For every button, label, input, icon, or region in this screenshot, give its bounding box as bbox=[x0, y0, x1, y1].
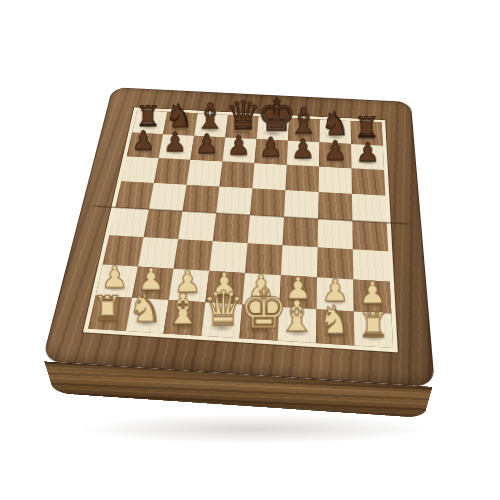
square-e1: ♚ bbox=[239, 305, 279, 341]
square-h4 bbox=[352, 221, 388, 252]
square-c1: ♝ bbox=[163, 300, 205, 336]
black-pawn-h7-piece: ♟ bbox=[351, 140, 383, 167]
product-photo-scene: ♜♞♝♛♚♝♞♜♟♟♟♟♟♟♟♟♟♟♟♟♟♟♟♟♜♞♝♛♚♝♞♜ bbox=[0, 0, 500, 500]
square-f6 bbox=[285, 165, 319, 192]
square-e5 bbox=[250, 188, 285, 217]
square-d7: ♟ bbox=[222, 137, 256, 163]
white-queen-d1-piece: ♛ bbox=[202, 285, 240, 333]
black-pawn-c7-piece: ♟ bbox=[191, 131, 223, 157]
square-g6 bbox=[319, 167, 352, 194]
square-f4 bbox=[283, 217, 319, 247]
square-b5 bbox=[149, 183, 187, 211]
square-d5 bbox=[216, 187, 252, 215]
black-pawn-e7-piece: ♟ bbox=[255, 135, 287, 161]
white-knight-b1-piece: ♞ bbox=[126, 289, 164, 328]
box-contact-shadow bbox=[78, 414, 430, 444]
white-bishop-f1-piece: ♝ bbox=[278, 295, 316, 338]
square-b7: ♟ bbox=[159, 134, 195, 159]
square-d6 bbox=[219, 161, 254, 188]
white-rook-a1-piece: ♜ bbox=[89, 291, 127, 325]
square-a6 bbox=[121, 156, 158, 183]
square-h1: ♜ bbox=[354, 311, 393, 347]
square-c4 bbox=[178, 211, 216, 241]
black-pawn-a7-piece: ♟ bbox=[127, 128, 159, 154]
square-d4 bbox=[213, 213, 250, 243]
square-e4 bbox=[248, 215, 284, 245]
square-f1: ♝ bbox=[278, 307, 317, 343]
square-a5 bbox=[115, 181, 153, 209]
square-e6 bbox=[252, 163, 286, 190]
square-h7: ♟ bbox=[351, 144, 384, 170]
box-top-face: ♜♞♝♛♚♝♞♜♟♟♟♟♟♟♟♟♟♟♟♟♟♟♟♟♜♞♝♛♚♝♞♜ bbox=[42, 87, 435, 387]
square-f5 bbox=[284, 190, 319, 219]
square-h5 bbox=[352, 194, 387, 223]
white-rook-h1-piece: ♜ bbox=[354, 308, 392, 343]
square-d1: ♛ bbox=[201, 302, 242, 338]
square-b4 bbox=[144, 209, 183, 239]
square-h6 bbox=[351, 168, 385, 195]
black-pawn-d7-piece: ♟ bbox=[223, 133, 255, 159]
square-a4 bbox=[109, 207, 149, 237]
black-pawn-b7-piece: ♟ bbox=[159, 130, 191, 156]
square-c7: ♟ bbox=[190, 136, 225, 162]
black-king-e8-piece: ♚ bbox=[257, 93, 288, 137]
square-c6 bbox=[187, 160, 223, 187]
square-g5 bbox=[318, 192, 352, 221]
chess-board: ♜♞♝♛♚♝♞♜♟♟♟♟♟♟♟♟♟♟♟♟♟♟♟♟♜♞♝♛♚♝♞♜ bbox=[83, 107, 398, 352]
square-b1: ♞ bbox=[126, 298, 169, 334]
square-e7: ♟ bbox=[254, 139, 287, 165]
white-bishop-c1-piece: ♝ bbox=[164, 288, 202, 330]
square-g7: ♟ bbox=[319, 142, 351, 168]
square-g1: ♞ bbox=[316, 309, 355, 345]
chess-box: ♜♞♝♛♚♝♞♜♟♟♟♟♟♟♟♟♟♟♟♟♟♟♟♟♜♞♝♛♚♝♞♜ bbox=[42, 87, 435, 387]
square-b6 bbox=[154, 158, 191, 185]
square-c5 bbox=[182, 185, 219, 213]
black-pawn-g7-piece: ♟ bbox=[319, 138, 351, 165]
white-knight-g1-piece: ♞ bbox=[316, 301, 354, 340]
white-king-e1-piece: ♚ bbox=[240, 282, 278, 336]
black-pawn-f7-piece: ♟ bbox=[287, 136, 319, 163]
square-g4 bbox=[318, 219, 353, 249]
square-f7: ♟ bbox=[287, 141, 320, 167]
square-a7: ♟ bbox=[127, 133, 163, 158]
